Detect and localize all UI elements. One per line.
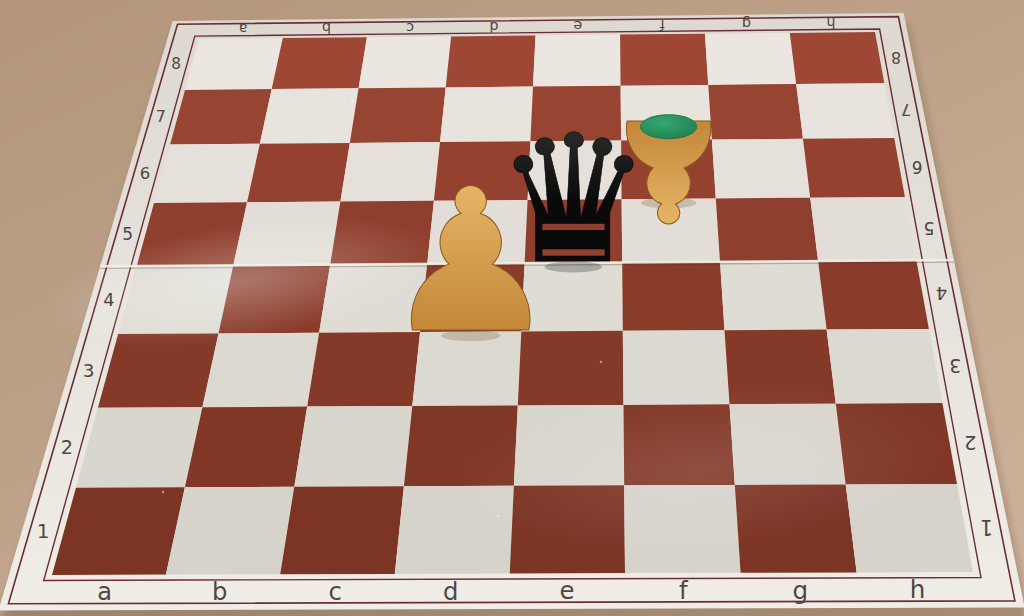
rank-label-left-3: 3 <box>83 360 95 381</box>
square-c2[interactable] <box>294 406 412 487</box>
square-a6[interactable] <box>154 144 260 203</box>
rank-label-right-3: 3 <box>949 355 961 376</box>
surface-speck <box>600 361 603 364</box>
rank-label-right-6: 6 <box>912 157 923 177</box>
surface-speck <box>162 491 165 494</box>
square-b2[interactable] <box>185 407 307 488</box>
square-h4[interactable] <box>818 260 929 329</box>
square-b6[interactable] <box>247 143 350 202</box>
square-b8[interactable] <box>272 37 367 89</box>
file-label-top-c: c <box>406 20 414 36</box>
file-label-bottom-d: d <box>443 577 458 606</box>
rank-label-left-1: 1 <box>37 519 50 543</box>
rank-label-left-4: 4 <box>103 290 114 310</box>
rank-label-left-2: 2 <box>61 436 73 459</box>
piece-glyph: ♟ <box>605 88 731 252</box>
rank-label-right-5: 5 <box>923 218 934 238</box>
square-c8[interactable] <box>359 36 452 88</box>
square-a8[interactable] <box>185 38 283 90</box>
square-c7[interactable] <box>350 87 446 142</box>
file-label-bottom-g: g <box>792 576 808 605</box>
square-h7[interactable] <box>796 83 894 139</box>
rank-label-left-8: 8 <box>171 55 181 73</box>
rank-label-right-1: 1 <box>980 515 993 539</box>
rank-label-right-7: 7 <box>901 100 911 119</box>
file-label-top-e: e <box>573 18 582 34</box>
rank-label-right-8: 8 <box>891 48 901 66</box>
file-label-bottom-b: b <box>212 578 227 606</box>
photo-scene: aabbccddeeffgghh1122334455667788♟♛♟ <box>0 0 1024 616</box>
square-d8[interactable] <box>446 36 536 88</box>
square-b7[interactable] <box>260 88 359 144</box>
surface-speck <box>351 100 354 103</box>
rank-label-right-2: 2 <box>964 431 976 454</box>
felt-base <box>640 115 696 139</box>
surface-speck <box>497 515 500 518</box>
file-label-bottom-f: f <box>679 576 689 605</box>
rank-label-left-7: 7 <box>156 107 166 126</box>
square-e8[interactable] <box>533 35 621 87</box>
rank-label-left-5: 5 <box>122 224 133 244</box>
file-label-top-a: a <box>239 21 248 37</box>
file-label-top-d: d <box>489 19 498 35</box>
file-label-bottom-c: c <box>328 577 341 606</box>
square-a2[interactable] <box>76 407 202 488</box>
file-label-bottom-e: e <box>559 576 574 605</box>
square-b1[interactable] <box>166 487 294 575</box>
file-label-top-g: g <box>742 16 751 32</box>
square-a7[interactable] <box>170 89 272 144</box>
square-h6[interactable] <box>803 138 905 198</box>
rank-label-left-6: 6 <box>140 164 150 183</box>
file-label-top-h: h <box>826 15 835 31</box>
square-b3[interactable] <box>202 333 319 407</box>
square-g8[interactable] <box>705 33 796 85</box>
file-label-top-b: b <box>322 20 331 36</box>
chess-board: aabbccddeeffgghh1122334455667788♟♛♟ <box>0 0 1024 616</box>
square-g4[interactable] <box>720 261 827 330</box>
piece-white-pawn-f6[interactable]: ♟ <box>605 88 731 252</box>
file-label-bottom-h: h <box>910 575 926 604</box>
file-label-bottom-a: a <box>97 578 112 606</box>
square-c1[interactable] <box>280 486 404 574</box>
rank-label-right-4: 4 <box>936 283 948 304</box>
square-h5[interactable] <box>810 197 916 261</box>
square-f8[interactable] <box>620 34 708 86</box>
square-h8[interactable] <box>790 32 885 84</box>
